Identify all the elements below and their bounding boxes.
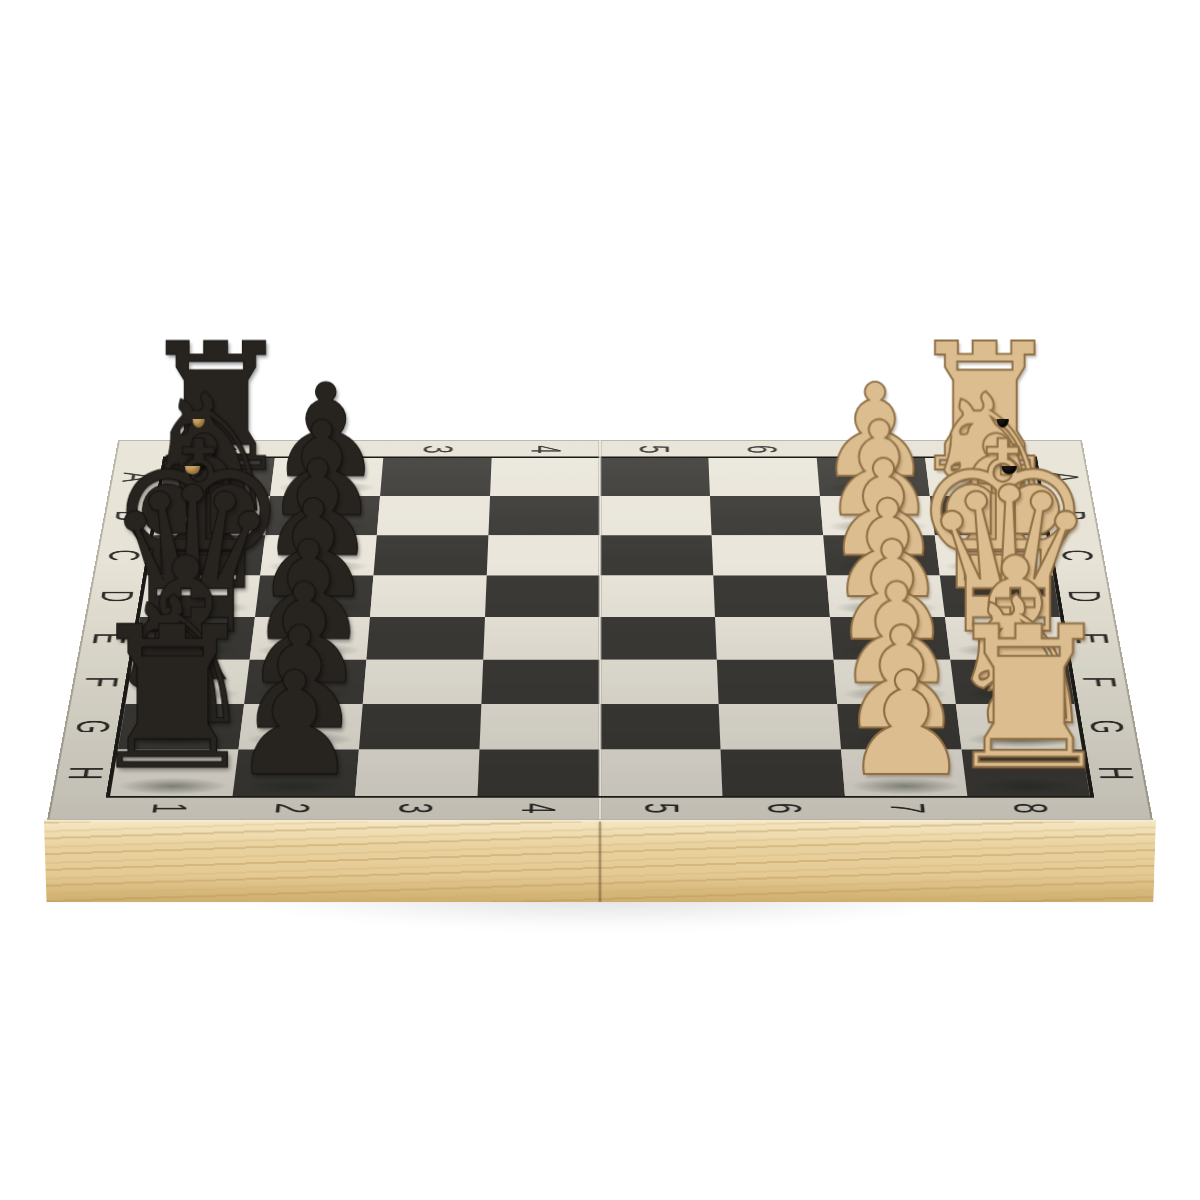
- board-front-edge: [44, 820, 1156, 903]
- square-b3[interactable]: [377, 496, 490, 535]
- square-h6[interactable]: [721, 750, 845, 797]
- piece-black-pawn[interactable]: ♟: [230, 657, 359, 793]
- white-king-finial: [996, 406, 1008, 428]
- piece-white-pawn[interactable]: ♟: [841, 657, 970, 793]
- square-f5[interactable]: [600, 660, 719, 704]
- square-h7[interactable]: ♟: [841, 750, 967, 797]
- coordinate-label: 6: [761, 803, 809, 813]
- square-b4[interactable]: [488, 496, 600, 535]
- coordinate-label: 2: [268, 803, 316, 813]
- coordinate-label: 5: [638, 803, 685, 813]
- coordinate-label: 4: [515, 803, 562, 813]
- rank-label-bottom-4: 4: [477, 797, 600, 820]
- coordinate-label: 7: [849, 445, 891, 453]
- rank-label-top-6: 6: [708, 440, 817, 458]
- square-g4[interactable]: [479, 704, 600, 750]
- border-corner: [47, 797, 110, 820]
- square-h5[interactable]: [600, 750, 722, 797]
- square-c3[interactable]: [373, 535, 488, 575]
- square-f4[interactable]: [481, 660, 600, 704]
- rank-label-top-5: 5: [600, 440, 708, 458]
- front-edge-seam: [598, 822, 602, 903]
- square-b5[interactable]: [600, 496, 712, 535]
- square-g3[interactable]: [359, 704, 481, 750]
- coordinate-label: 3: [392, 803, 440, 813]
- square-b6[interactable]: [710, 496, 823, 535]
- white-queen-finial: [1001, 459, 1016, 474]
- coordinate-label: 7: [883, 803, 931, 813]
- square-f6[interactable]: [717, 660, 837, 704]
- coordinate-label: 1: [145, 803, 194, 813]
- square-f3[interactable]: [363, 660, 483, 704]
- black-king-finial: [192, 406, 204, 428]
- square-c4[interactable]: [487, 535, 600, 575]
- rank-label-bottom-2: 2: [230, 797, 355, 820]
- square-h2[interactable]: ♟: [233, 750, 359, 797]
- border-corner: [1090, 797, 1153, 820]
- coordinate-label: 8: [1006, 803, 1055, 813]
- square-a3[interactable]: [380, 458, 492, 496]
- square-e4[interactable]: [483, 617, 600, 660]
- square-a5[interactable]: [600, 458, 710, 496]
- black-queen-finial: [184, 459, 199, 474]
- coordinate-label: 2: [309, 445, 351, 453]
- rank-label-bottom-1: 1: [106, 797, 232, 820]
- square-d4[interactable]: [485, 575, 600, 617]
- rank-label-bottom-7: 7: [845, 797, 970, 820]
- chess-set-photo: 12345678A♜♟♟♜AB♞♟♟♞BC♝♟♟♝CD♚♟♟♚DE♛♟♟♛EF♝…: [0, 0, 1200, 1200]
- square-a4[interactable]: [490, 458, 600, 496]
- rank-label-bottom-5: 5: [600, 797, 723, 820]
- square-h4[interactable]: [478, 750, 600, 797]
- square-h3[interactable]: [355, 750, 479, 797]
- square-d3[interactable]: [370, 575, 487, 617]
- square-e5[interactable]: [600, 617, 717, 660]
- square-d5[interactable]: [600, 575, 715, 617]
- fold-seam: [598, 440, 602, 819]
- coordinate-label: 6: [741, 445, 783, 453]
- rank-label-top-3: 3: [383, 440, 492, 458]
- square-g5[interactable]: [600, 704, 721, 750]
- square-d6[interactable]: [713, 575, 830, 617]
- board-tilt: 12345678A♜♟♟♜AB♞♟♟♞BC♝♟♟♝CD♚♟♟♚DE♛♟♟♛EF♝…: [47, 440, 1153, 819]
- square-a6[interactable]: [708, 458, 820, 496]
- coordinate-label: 4: [525, 445, 566, 453]
- square-c5[interactable]: [600, 535, 713, 575]
- rank-label-bottom-3: 3: [353, 797, 477, 820]
- coordinate-label: 5: [633, 445, 674, 453]
- square-g6[interactable]: [719, 704, 841, 750]
- coordinate-label: 3: [417, 445, 459, 453]
- square-c6[interactable]: [712, 535, 827, 575]
- rank-label-top-4: 4: [492, 440, 600, 458]
- rank-label-bottom-8: 8: [967, 797, 1093, 820]
- rank-label-bottom-6: 6: [722, 797, 846, 820]
- square-h8[interactable]: ♜: [962, 750, 1090, 797]
- square-e6[interactable]: [715, 617, 834, 660]
- square-e3[interactable]: [366, 617, 485, 660]
- square-h1[interactable]: ♜: [110, 750, 238, 797]
